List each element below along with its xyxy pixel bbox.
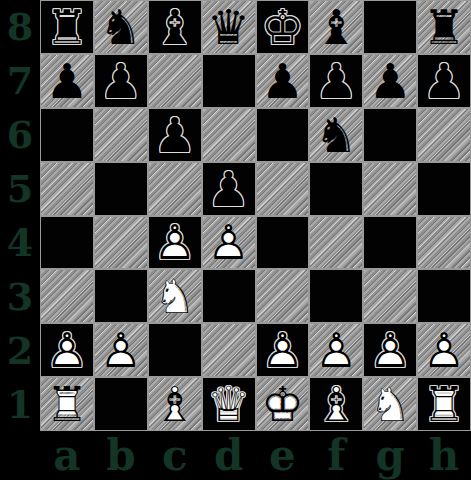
square-c4[interactable]: ♟♙ — [148, 216, 202, 270]
piece-outline: ♙ — [41, 324, 93, 376]
white-bishop-icon: ♝♗ — [149, 378, 201, 430]
square-f8[interactable]: ♝ — [309, 0, 363, 54]
piece-outline: ♙ — [310, 324, 362, 376]
square-h5[interactable] — [417, 162, 471, 216]
black-rook-icon: ♜ — [418, 1, 470, 53]
square-g2[interactable]: ♟♙ — [363, 323, 417, 377]
piece-outline: ♗ — [149, 378, 201, 430]
piece-outline: ♘ — [149, 270, 201, 322]
square-a1[interactable]: ♜♖ — [40, 377, 94, 431]
white-pawn-icon: ♟♙ — [257, 324, 309, 376]
square-e4[interactable] — [256, 216, 310, 270]
square-g1[interactable]: ♞♘ — [363, 377, 417, 431]
square-a6[interactable] — [40, 108, 94, 162]
black-pawn-icon: ♟ — [95, 55, 147, 107]
square-a5[interactable] — [40, 162, 94, 216]
rank-label-3: 3 — [0, 269, 40, 323]
rank-label-6: 6 — [0, 108, 40, 162]
white-pawn-icon: ♟♙ — [203, 217, 255, 269]
square-e1[interactable]: ♚♔ — [256, 377, 310, 431]
square-d8[interactable]: ♛ — [202, 0, 256, 54]
white-rook-icon: ♜♖ — [41, 378, 93, 430]
square-f1[interactable]: ♝♗ — [309, 377, 363, 431]
square-b3[interactable] — [94, 269, 148, 323]
piece-outline: ♕ — [203, 378, 255, 430]
white-queen-icon: ♛♕ — [203, 378, 255, 430]
black-rook-icon: ♜ — [41, 1, 93, 53]
square-b7[interactable]: ♟ — [94, 54, 148, 108]
white-pawn-icon: ♟♙ — [418, 324, 470, 376]
piece-outline: ♖ — [41, 378, 93, 430]
black-bishop-icon: ♝ — [149, 1, 201, 53]
square-a8[interactable]: ♜ — [40, 0, 94, 54]
file-label-d: d — [202, 431, 256, 480]
square-d7[interactable] — [202, 54, 256, 108]
square-d2[interactable] — [202, 323, 256, 377]
rank-label-2: 2 — [0, 323, 40, 377]
square-b5[interactable] — [94, 162, 148, 216]
square-d3[interactable] — [202, 269, 256, 323]
square-d5[interactable]: ♟ — [202, 162, 256, 216]
square-e3[interactable] — [256, 269, 310, 323]
square-b2[interactable]: ♟♙ — [94, 323, 148, 377]
file-label-a: a — [40, 431, 94, 480]
square-e6[interactable] — [256, 108, 310, 162]
file-label-f: f — [309, 431, 363, 480]
file-label-h: h — [417, 431, 471, 480]
square-e2[interactable]: ♟♙ — [256, 323, 310, 377]
piece-outline: ♔ — [257, 378, 309, 430]
piece-outline: ♖ — [418, 378, 470, 430]
piece-outline: ♙ — [257, 324, 309, 376]
square-e7[interactable]: ♟ — [256, 54, 310, 108]
square-a3[interactable] — [40, 269, 94, 323]
square-b8[interactable]: ♞ — [94, 0, 148, 54]
black-pawn-icon: ♟ — [418, 55, 470, 107]
piece-outline: ♙ — [364, 324, 416, 376]
board: ♜♞♝♛♚♝♜♟♟♟♟♟♟♟♞♟♟♙♟♙♞♘♟♙♟♙♟♙♟♙♟♙♟♙♜♖♝♗♛♕… — [40, 0, 471, 431]
square-c7[interactable] — [148, 54, 202, 108]
square-f3[interactable] — [309, 269, 363, 323]
white-pawn-icon: ♟♙ — [364, 324, 416, 376]
square-f6[interactable]: ♞ — [309, 108, 363, 162]
chessboard-window: 87654321 ♜♞♝♛♚♝♜♟♟♟♟♟♟♟♞♟♟♙♟♙♞♘♟♙♟♙♟♙♟♙♟… — [0, 0, 471, 480]
square-h2[interactable]: ♟♙ — [417, 323, 471, 377]
black-pawn-icon: ♟ — [203, 163, 255, 215]
black-pawn-icon: ♟ — [364, 55, 416, 107]
piece-outline: ♙ — [95, 324, 147, 376]
white-bishop-icon: ♝♗ — [310, 378, 362, 430]
black-pawn-icon: ♟ — [310, 55, 362, 107]
white-rook-icon: ♜♖ — [418, 378, 470, 430]
piece-outline: ♙ — [418, 324, 470, 376]
piece-outline: ♙ — [149, 217, 201, 269]
piece-outline: ♗ — [310, 378, 362, 430]
square-d6[interactable] — [202, 108, 256, 162]
square-c8[interactable]: ♝ — [148, 0, 202, 54]
white-pawn-icon: ♟♙ — [95, 324, 147, 376]
square-c2[interactable] — [148, 323, 202, 377]
white-pawn-icon: ♟♙ — [149, 217, 201, 269]
square-g4[interactable] — [363, 216, 417, 270]
black-queen-icon: ♛ — [203, 1, 255, 53]
square-b4[interactable] — [94, 216, 148, 270]
square-b1[interactable] — [94, 377, 148, 431]
square-f5[interactable] — [309, 162, 363, 216]
square-h1[interactable]: ♜♖ — [417, 377, 471, 431]
square-a2[interactable]: ♟♙ — [40, 323, 94, 377]
square-f2[interactable]: ♟♙ — [309, 323, 363, 377]
file-label-e: e — [256, 431, 310, 480]
white-knight-icon: ♞♘ — [149, 270, 201, 322]
black-pawn-icon: ♟ — [41, 55, 93, 107]
piece-outline: ♙ — [203, 217, 255, 269]
square-g7[interactable]: ♟ — [363, 54, 417, 108]
square-b6[interactable] — [94, 108, 148, 162]
square-h6[interactable] — [417, 108, 471, 162]
file-label-c: c — [148, 431, 202, 480]
black-bishop-icon: ♝ — [310, 1, 362, 53]
square-g6[interactable] — [363, 108, 417, 162]
black-pawn-icon: ♟ — [257, 55, 309, 107]
white-pawn-icon: ♟♙ — [41, 324, 93, 376]
square-a7[interactable]: ♟ — [40, 54, 94, 108]
file-labels: abcdefgh — [40, 431, 471, 480]
square-e5[interactable] — [256, 162, 310, 216]
square-a4[interactable] — [40, 216, 94, 270]
rank-label-5: 5 — [0, 162, 40, 216]
square-h7[interactable]: ♟ — [417, 54, 471, 108]
black-king-icon: ♚ — [257, 1, 309, 53]
square-g5[interactable] — [363, 162, 417, 216]
square-d1[interactable]: ♛♕ — [202, 377, 256, 431]
square-e8[interactable]: ♚ — [256, 0, 310, 54]
black-knight-icon: ♞ — [310, 109, 362, 161]
file-label-g: g — [363, 431, 417, 480]
piece-outline: ♘ — [364, 378, 416, 430]
square-f7[interactable]: ♟ — [309, 54, 363, 108]
white-king-icon: ♚♔ — [257, 378, 309, 430]
square-f4[interactable] — [309, 216, 363, 270]
square-c6[interactable]: ♟ — [148, 108, 202, 162]
rank-label-8: 8 — [0, 0, 40, 54]
square-c5[interactable] — [148, 162, 202, 216]
black-knight-icon: ♞ — [95, 1, 147, 53]
square-h8[interactable]: ♜ — [417, 0, 471, 54]
square-c3[interactable]: ♞♘ — [148, 269, 202, 323]
rank-labels: 87654321 — [0, 0, 40, 431]
rank-label-4: 4 — [0, 216, 40, 270]
white-knight-icon: ♞♘ — [364, 378, 416, 430]
rank-label-1: 1 — [0, 377, 40, 431]
square-g8[interactable] — [363, 0, 417, 54]
white-pawn-icon: ♟♙ — [310, 324, 362, 376]
rank-label-7: 7 — [0, 54, 40, 108]
square-d4[interactable]: ♟♙ — [202, 216, 256, 270]
file-label-b: b — [94, 431, 148, 480]
square-c1[interactable]: ♝♗ — [148, 377, 202, 431]
square-h4[interactable] — [417, 216, 471, 270]
square-g3[interactable] — [363, 269, 417, 323]
square-h3[interactable] — [417, 269, 471, 323]
black-pawn-icon: ♟ — [149, 109, 201, 161]
